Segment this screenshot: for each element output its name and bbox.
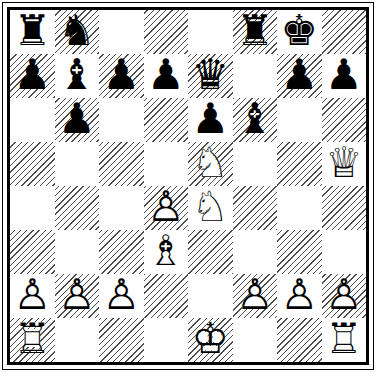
piece-white-pawn: ♟♙ bbox=[322, 274, 367, 318]
square-b4[interactable] bbox=[55, 186, 100, 230]
square-h8[interactable] bbox=[322, 10, 367, 54]
piece-white-king: ♚♔ bbox=[188, 318, 233, 362]
square-f8[interactable]: ♜ bbox=[233, 10, 278, 54]
square-d6[interactable] bbox=[144, 98, 189, 142]
square-f3[interactable] bbox=[233, 230, 278, 274]
black-pawn-glyph: ♟ bbox=[325, 54, 363, 96]
piece-white-queen: ♛♕ bbox=[322, 142, 367, 186]
square-d4[interactable]: ♟♙ bbox=[144, 186, 189, 230]
square-a5[interactable] bbox=[10, 142, 55, 186]
square-c2[interactable]: ♟♙ bbox=[99, 274, 144, 318]
square-f4[interactable] bbox=[233, 186, 278, 230]
white-bishop-outline-glyph: ♗ bbox=[147, 230, 185, 272]
square-e7[interactable]: ♛ bbox=[188, 54, 233, 98]
piece-black-pawn: ♟ bbox=[99, 54, 144, 98]
white-pawn-outline-glyph: ♙ bbox=[325, 274, 363, 316]
square-g2[interactable]: ♟♙ bbox=[277, 274, 322, 318]
piece-black-pawn: ♟ bbox=[10, 54, 55, 98]
piece-white-bishop: ♝♗ bbox=[144, 230, 189, 274]
piece-black-pawn: ♟ bbox=[322, 54, 367, 98]
piece-white-pawn: ♟♙ bbox=[10, 274, 55, 318]
square-b7[interactable]: ♝ bbox=[55, 54, 100, 98]
square-d1[interactable] bbox=[144, 318, 189, 362]
square-c3[interactable] bbox=[99, 230, 144, 274]
white-queen-outline-glyph: ♕ bbox=[325, 142, 363, 184]
square-b5[interactable] bbox=[55, 142, 100, 186]
square-g8[interactable]: ♚ bbox=[277, 10, 322, 54]
white-rook-outline-glyph: ♖ bbox=[13, 318, 51, 360]
black-pawn-glyph: ♟ bbox=[13, 54, 51, 96]
black-knight-glyph: ♞ bbox=[58, 10, 96, 52]
black-rook-glyph: ♜ bbox=[236, 10, 274, 52]
piece-black-pawn: ♟ bbox=[55, 98, 100, 142]
square-f7[interactable] bbox=[233, 54, 278, 98]
square-c5[interactable] bbox=[99, 142, 144, 186]
piece-black-king: ♚ bbox=[277, 10, 322, 54]
piece-black-rook: ♜ bbox=[233, 10, 278, 54]
square-c8[interactable] bbox=[99, 10, 144, 54]
board-inner-frame: ♜♞♜♚♟♝♟♟♛♟♟♟♟♝♞♘♛♕♟♙♞♘♝♗♟♙♟♙♟♙♟♙♟♙♟♙♜♖♚♔… bbox=[7, 7, 369, 365]
piece-black-pawn: ♟ bbox=[277, 54, 322, 98]
black-pawn-glyph: ♟ bbox=[280, 54, 318, 96]
square-a2[interactable]: ♟♙ bbox=[10, 274, 55, 318]
square-e1[interactable]: ♚♔ bbox=[188, 318, 233, 362]
square-b2[interactable]: ♟♙ bbox=[55, 274, 100, 318]
black-queen-glyph: ♛ bbox=[191, 54, 229, 96]
white-pawn-outline-glyph: ♙ bbox=[58, 274, 96, 316]
square-c6[interactable] bbox=[99, 98, 144, 142]
piece-white-knight: ♞♘ bbox=[188, 142, 233, 186]
chess-diagram: ♜♞♜♚♟♝♟♟♛♟♟♟♟♝♞♘♛♕♟♙♞♘♝♗♟♙♟♙♟♙♟♙♟♙♟♙♜♖♚♔… bbox=[0, 0, 376, 372]
square-g7[interactable]: ♟ bbox=[277, 54, 322, 98]
square-e8[interactable] bbox=[188, 10, 233, 54]
square-d3[interactable]: ♝♗ bbox=[144, 230, 189, 274]
square-c7[interactable]: ♟ bbox=[99, 54, 144, 98]
white-pawn-outline-glyph: ♙ bbox=[280, 274, 318, 316]
square-f6[interactable]: ♝ bbox=[233, 98, 278, 142]
black-bishop-glyph: ♝ bbox=[58, 54, 96, 96]
square-c1[interactable] bbox=[99, 318, 144, 362]
square-f2[interactable]: ♟♙ bbox=[233, 274, 278, 318]
white-pawn-outline-glyph: ♙ bbox=[13, 274, 51, 316]
white-pawn-outline-glyph: ♙ bbox=[102, 274, 140, 316]
square-h2[interactable]: ♟♙ bbox=[322, 274, 367, 318]
black-rook-glyph: ♜ bbox=[13, 10, 51, 52]
square-h5[interactable]: ♛♕ bbox=[322, 142, 367, 186]
square-b1[interactable] bbox=[55, 318, 100, 362]
piece-black-pawn: ♟ bbox=[144, 54, 189, 98]
black-pawn-glyph: ♟ bbox=[58, 98, 96, 140]
black-pawn-glyph: ♟ bbox=[147, 54, 185, 96]
square-e4[interactable]: ♞♘ bbox=[188, 186, 233, 230]
square-e5[interactable]: ♞♘ bbox=[188, 142, 233, 186]
square-f1[interactable] bbox=[233, 318, 278, 362]
white-knight-outline-glyph: ♘ bbox=[191, 186, 229, 228]
square-g6[interactable] bbox=[277, 98, 322, 142]
white-knight-outline-glyph: ♘ bbox=[191, 142, 229, 184]
piece-white-rook: ♜♖ bbox=[322, 318, 367, 362]
square-d8[interactable] bbox=[144, 10, 189, 54]
white-king-outline-glyph: ♔ bbox=[191, 318, 229, 360]
white-rook-outline-glyph: ♖ bbox=[325, 318, 363, 360]
square-e3[interactable] bbox=[188, 230, 233, 274]
square-d7[interactable]: ♟ bbox=[144, 54, 189, 98]
square-a4[interactable] bbox=[10, 186, 55, 230]
piece-black-pawn: ♟ bbox=[188, 98, 233, 142]
square-b6[interactable]: ♟ bbox=[55, 98, 100, 142]
square-a3[interactable] bbox=[10, 230, 55, 274]
chess-board: ♜♞♜♚♟♝♟♟♛♟♟♟♟♝♞♘♛♕♟♙♞♘♝♗♟♙♟♙♟♙♟♙♟♙♟♙♜♖♚♔… bbox=[10, 10, 366, 362]
piece-black-bishop: ♝ bbox=[55, 54, 100, 98]
black-pawn-glyph: ♟ bbox=[191, 98, 229, 140]
piece-white-pawn: ♟♙ bbox=[233, 274, 278, 318]
square-g1[interactable] bbox=[277, 318, 322, 362]
square-c4[interactable] bbox=[99, 186, 144, 230]
square-d5[interactable] bbox=[144, 142, 189, 186]
square-d2[interactable] bbox=[144, 274, 189, 318]
square-e6[interactable]: ♟ bbox=[188, 98, 233, 142]
piece-white-pawn: ♟♙ bbox=[55, 274, 100, 318]
square-h1[interactable]: ♜♖ bbox=[322, 318, 367, 362]
piece-black-rook: ♜ bbox=[10, 10, 55, 54]
white-pawn-outline-glyph: ♙ bbox=[236, 274, 274, 316]
black-king-glyph: ♚ bbox=[280, 10, 318, 52]
square-h3[interactable] bbox=[322, 230, 367, 274]
piece-white-rook: ♜♖ bbox=[10, 318, 55, 362]
board-outer-frame: ♜♞♜♚♟♝♟♟♛♟♟♟♟♝♞♘♛♕♟♙♞♘♝♗♟♙♟♙♟♙♟♙♟♙♟♙♜♖♚♔… bbox=[2, 2, 374, 370]
piece-white-pawn: ♟♙ bbox=[144, 186, 189, 230]
square-b3[interactable] bbox=[55, 230, 100, 274]
square-g5[interactable] bbox=[277, 142, 322, 186]
piece-black-bishop: ♝ bbox=[233, 98, 278, 142]
square-g4[interactable] bbox=[277, 186, 322, 230]
square-e2[interactable] bbox=[188, 274, 233, 318]
piece-white-pawn: ♟♙ bbox=[99, 274, 144, 318]
black-bishop-glyph: ♝ bbox=[236, 98, 274, 140]
square-a8[interactable]: ♜ bbox=[10, 10, 55, 54]
piece-black-queen: ♛ bbox=[188, 54, 233, 98]
square-h7[interactable]: ♟ bbox=[322, 54, 367, 98]
piece-black-knight: ♞ bbox=[55, 10, 100, 54]
square-h6[interactable] bbox=[322, 98, 367, 142]
square-g3[interactable] bbox=[277, 230, 322, 274]
square-a7[interactable]: ♟ bbox=[10, 54, 55, 98]
square-f5[interactable] bbox=[233, 142, 278, 186]
white-pawn-outline-glyph: ♙ bbox=[147, 186, 185, 228]
square-a1[interactable]: ♜♖ bbox=[10, 318, 55, 362]
piece-white-pawn: ♟♙ bbox=[277, 274, 322, 318]
square-h4[interactable] bbox=[322, 186, 367, 230]
square-a6[interactable] bbox=[10, 98, 55, 142]
square-b8[interactable]: ♞ bbox=[55, 10, 100, 54]
black-pawn-glyph: ♟ bbox=[102, 54, 140, 96]
piece-white-knight: ♞♘ bbox=[188, 186, 233, 230]
